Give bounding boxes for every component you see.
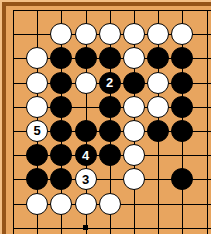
white-stone — [75, 193, 97, 215]
black-stone — [123, 72, 145, 94]
black-stone — [171, 47, 193, 69]
intersection-c3r1[interactable] — [49, 0, 73, 22]
intersection-c5r6[interactable] — [98, 119, 122, 143]
intersection-c1r9[interactable] — [1, 191, 25, 215]
black-stone — [171, 96, 193, 118]
intersection-c3r8[interactable] — [49, 167, 73, 191]
intersection-c3r4[interactable] — [49, 70, 73, 94]
intersection-c3r5[interactable] — [49, 95, 73, 119]
intersection-c7r9[interactable] — [146, 191, 170, 215]
white-stone — [147, 23, 169, 45]
white-stone — [75, 23, 97, 45]
intersection-c3r3[interactable] — [49, 46, 73, 70]
intersection-c3r7[interactable] — [49, 143, 73, 167]
intersection-c4r6[interactable] — [73, 119, 97, 143]
black-stone — [50, 168, 72, 190]
intersection-c2r1[interactable] — [25, 0, 49, 22]
black-stone — [171, 72, 193, 94]
intersection-c2r2[interactable] — [25, 22, 49, 46]
intersection-c5r9[interactable] — [98, 191, 122, 215]
intersection-c8r5[interactable] — [170, 95, 194, 119]
intersection-c1r5[interactable] — [1, 95, 25, 119]
white-stone — [75, 72, 97, 94]
intersection-c5r10[interactable] — [98, 216, 122, 234]
intersection-c1r6[interactable] — [1, 119, 25, 143]
intersection-c7r8[interactable] — [146, 167, 170, 191]
intersection-c6r10[interactable] — [122, 216, 146, 234]
intersection-c4r5[interactable] — [73, 95, 97, 119]
intersection-c6r6[interactable] — [122, 119, 146, 143]
black-stone — [75, 47, 97, 69]
star-point-marker — [83, 225, 88, 230]
intersection-c9r6[interactable] — [194, 119, 211, 143]
board-cells: 2543 — [1, 0, 211, 234]
white-stone — [123, 168, 145, 190]
black-stone — [26, 168, 48, 190]
intersection-c9r2[interactable] — [194, 22, 211, 46]
intersection-c4r8[interactable]: 3 — [73, 167, 97, 191]
intersection-c6r2[interactable] — [122, 22, 146, 46]
intersection-c2r4[interactable] — [25, 70, 49, 94]
black-stone — [147, 120, 169, 142]
white-stone — [171, 23, 193, 45]
intersection-c4r1[interactable] — [73, 0, 97, 22]
intersection-c9r4[interactable] — [194, 70, 211, 94]
intersection-c4r2[interactable] — [73, 22, 97, 46]
intersection-c3r9[interactable] — [49, 191, 73, 215]
intersection-c6r9[interactable] — [122, 191, 146, 215]
intersection-c8r10[interactable] — [170, 216, 194, 234]
black-stone — [171, 168, 193, 190]
black-stone — [75, 120, 97, 142]
intersection-c7r2[interactable] — [146, 22, 170, 46]
white-stone — [123, 120, 145, 142]
white-stone-move-5: 5 — [26, 120, 48, 142]
intersection-c4r3[interactable] — [73, 46, 97, 70]
black-stone — [147, 47, 169, 69]
intersection-c6r4[interactable] — [122, 70, 146, 94]
intersection-c9r5[interactable] — [194, 95, 211, 119]
white-stone — [50, 193, 72, 215]
intersection-c7r1[interactable] — [146, 0, 170, 22]
white-stone — [147, 72, 169, 94]
white-stone — [26, 47, 48, 69]
intersection-c8r6[interactable] — [170, 119, 194, 143]
black-stone — [26, 144, 48, 166]
white-stone — [99, 23, 121, 45]
intersection-c2r3[interactable] — [25, 46, 49, 70]
intersection-c8r4[interactable] — [170, 70, 194, 94]
intersection-c5r8[interactable] — [98, 167, 122, 191]
intersection-c8r9[interactable] — [170, 191, 194, 215]
intersection-c1r8[interactable] — [1, 167, 25, 191]
intersection-c8r2[interactable] — [170, 22, 194, 46]
black-stone — [99, 120, 121, 142]
black-stone — [50, 120, 72, 142]
white-stone — [26, 96, 48, 118]
intersection-c9r10[interactable] — [194, 216, 211, 234]
white-stone-move-3: 3 — [75, 168, 97, 190]
white-stone — [50, 23, 72, 45]
intersection-c6r8[interactable] — [122, 167, 146, 191]
intersection-c1r2[interactable] — [1, 22, 25, 46]
intersection-c5r2[interactable] — [98, 22, 122, 46]
intersection-c9r3[interactable] — [194, 46, 211, 70]
intersection-c7r4[interactable] — [146, 70, 170, 94]
intersection-c8r3[interactable] — [170, 46, 194, 70]
intersection-c8r1[interactable] — [170, 0, 194, 22]
white-stone — [123, 47, 145, 69]
intersection-c4r7[interactable]: 4 — [73, 143, 97, 167]
intersection-c4r10[interactable] — [73, 216, 97, 234]
intersection-c8r7[interactable] — [170, 143, 194, 167]
white-stone — [123, 23, 145, 45]
intersection-c1r7[interactable] — [1, 143, 25, 167]
black-stone — [50, 72, 72, 94]
intersection-c2r5[interactable] — [25, 95, 49, 119]
intersection-c3r2[interactable] — [49, 22, 73, 46]
intersection-c2r9[interactable] — [25, 191, 49, 215]
black-stone-move-2: 2 — [99, 72, 121, 94]
intersection-c4r9[interactable] — [73, 191, 97, 215]
black-stone — [99, 47, 121, 69]
intersection-c9r9[interactable] — [194, 191, 211, 215]
white-stone — [26, 72, 48, 94]
white-stone — [123, 96, 145, 118]
white-stone — [147, 96, 169, 118]
black-stone — [50, 96, 72, 118]
intersection-c5r7[interactable] — [98, 143, 122, 167]
intersection-c7r10[interactable] — [146, 216, 170, 234]
intersection-c9r8[interactable] — [194, 167, 211, 191]
black-stone — [99, 96, 121, 118]
intersection-c5r5[interactable] — [98, 95, 122, 119]
intersection-c6r1[interactable] — [122, 0, 146, 22]
intersection-c3r6[interactable] — [49, 119, 73, 143]
intersection-c5r3[interactable] — [98, 46, 122, 70]
intersection-c5r4[interactable]: 2 — [98, 70, 122, 94]
go-diagram: 2543 — [0, 0, 211, 234]
intersection-c2r8[interactable] — [25, 167, 49, 191]
black-stone — [171, 120, 193, 142]
intersection-c2r10[interactable] — [25, 216, 49, 234]
intersection-c7r6[interactable] — [146, 119, 170, 143]
intersection-c5r1[interactable] — [98, 0, 122, 22]
black-stone — [50, 47, 72, 69]
intersection-c6r7[interactable] — [122, 143, 146, 167]
intersection-c2r6[interactable]: 5 — [25, 119, 49, 143]
intersection-c4r4[interactable] — [73, 70, 97, 94]
white-stone — [123, 144, 145, 166]
intersection-c6r5[interactable] — [122, 95, 146, 119]
intersection-c9r1[interactable] — [194, 0, 211, 22]
intersection-c1r4[interactable] — [1, 70, 25, 94]
intersection-c2r7[interactable] — [25, 143, 49, 167]
intersection-c7r3[interactable] — [146, 46, 170, 70]
intersection-c7r7[interactable] — [146, 143, 170, 167]
intersection-c1r3[interactable] — [1, 46, 25, 70]
intersection-c9r7[interactable] — [194, 143, 211, 167]
black-stone-move-4: 4 — [75, 144, 97, 166]
white-stone — [99, 193, 121, 215]
intersection-c3r10[interactable] — [49, 216, 73, 234]
black-stone — [99, 144, 121, 166]
intersection-c7r5[interactable] — [146, 95, 170, 119]
intersection-c6r3[interactable] — [122, 46, 146, 70]
intersection-c8r8[interactable] — [170, 167, 194, 191]
intersection-c1r1[interactable] — [1, 0, 25, 22]
white-stone — [26, 193, 48, 215]
intersection-c1r10[interactable] — [1, 216, 25, 234]
black-stone — [50, 144, 72, 166]
